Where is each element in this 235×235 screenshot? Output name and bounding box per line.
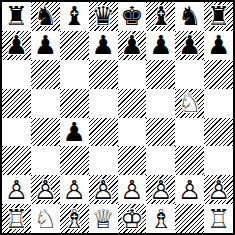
black-bishop-icon: ♝ (60, 2, 89, 31)
square-d8[interactable]: ♛♛ (89, 2, 118, 31)
piece-fill-backdrop: ♟ (60, 118, 89, 147)
black-pawn-icon: ♟ (204, 31, 233, 60)
square-h6[interactable] (204, 60, 233, 89)
piece-fill-backdrop: ♜ (2, 204, 31, 233)
square-c1[interactable]: ♝♗ (60, 204, 89, 233)
square-g2[interactable]: ♟♙ (175, 175, 204, 204)
piece-fill-backdrop: ♛ (89, 204, 118, 233)
square-a3[interactable] (2, 146, 31, 175)
white-rook-icon: ♖ (204, 204, 233, 233)
piece-fill-backdrop: ♟ (89, 31, 118, 60)
square-g7[interactable]: ♟♟ (175, 31, 204, 60)
piece-fill-backdrop: ♟ (31, 31, 60, 60)
square-e5[interactable] (118, 89, 147, 118)
square-c3[interactable] (60, 146, 89, 175)
white-bishop-icon: ♗ (60, 204, 89, 233)
square-c7[interactable] (60, 31, 89, 60)
piece-fill-backdrop: ♝ (146, 204, 175, 233)
square-g6[interactable] (175, 60, 204, 89)
square-a8[interactable]: ♜♜ (2, 2, 31, 31)
square-b8[interactable]: ♞♞ (31, 2, 60, 31)
piece-fill-backdrop: ♟ (89, 175, 118, 204)
black-rook-icon: ♜ (2, 2, 31, 31)
square-h5[interactable] (204, 89, 233, 118)
square-f7[interactable]: ♟♟ (146, 31, 175, 60)
white-knight-icon: ♘ (175, 89, 204, 118)
square-b4[interactable] (31, 118, 60, 147)
black-bishop-icon: ♝ (146, 2, 175, 31)
piece-fill-backdrop: ♟ (175, 31, 204, 60)
white-pawn-icon: ♙ (175, 175, 204, 204)
square-h7[interactable]: ♟♟ (204, 31, 233, 60)
black-pawn-icon: ♟ (31, 31, 60, 60)
square-a7[interactable]: ♟♟ (2, 31, 31, 60)
square-d6[interactable] (89, 60, 118, 89)
square-a6[interactable] (2, 60, 31, 89)
square-f5[interactable] (146, 89, 175, 118)
square-b3[interactable] (31, 146, 60, 175)
white-pawn-icon: ♙ (31, 175, 60, 204)
square-e8[interactable]: ♚♚ (118, 2, 147, 31)
black-queen-icon: ♛ (89, 2, 118, 31)
square-d2[interactable]: ♟♙ (89, 175, 118, 204)
piece-fill-backdrop: ♞ (175, 89, 204, 118)
square-g3[interactable] (175, 146, 204, 175)
piece-fill-backdrop: ♟ (204, 175, 233, 204)
square-e6[interactable] (118, 60, 147, 89)
white-pawn-icon: ♙ (146, 175, 175, 204)
piece-fill-backdrop: ♟ (2, 31, 31, 60)
piece-fill-backdrop: ♝ (60, 204, 89, 233)
square-b6[interactable] (31, 60, 60, 89)
piece-fill-backdrop: ♛ (89, 2, 118, 31)
black-king-icon: ♚ (118, 2, 147, 31)
piece-fill-backdrop: ♟ (146, 175, 175, 204)
piece-fill-backdrop: ♚ (118, 204, 147, 233)
square-b2[interactable]: ♟♙ (31, 175, 60, 204)
piece-fill-backdrop: ♟ (2, 175, 31, 204)
square-b1[interactable]: ♞♘ (31, 204, 60, 233)
white-pawn-icon: ♙ (2, 175, 31, 204)
white-pawn-icon: ♙ (60, 175, 89, 204)
square-d3[interactable] (89, 146, 118, 175)
square-h8[interactable]: ♜♜ (204, 2, 233, 31)
square-a1[interactable]: ♜♖ (2, 204, 31, 233)
piece-fill-backdrop: ♜ (2, 2, 31, 31)
white-pawn-icon: ♙ (204, 175, 233, 204)
white-king-icon: ♔ (118, 204, 147, 233)
square-f2[interactable]: ♟♙ (146, 175, 175, 204)
square-e2[interactable]: ♟♙ (118, 175, 147, 204)
piece-fill-backdrop: ♟ (146, 31, 175, 60)
square-d7[interactable]: ♟♟ (89, 31, 118, 60)
square-c2[interactable]: ♟♙ (60, 175, 89, 204)
square-b7[interactable]: ♟♟ (31, 31, 60, 60)
white-rook-icon: ♖ (2, 204, 31, 233)
square-f8[interactable]: ♝♝ (146, 2, 175, 31)
piece-fill-backdrop: ♞ (31, 204, 60, 233)
square-c4[interactable]: ♟♟ (60, 118, 89, 147)
square-a5[interactable] (2, 89, 31, 118)
square-c6[interactable] (60, 60, 89, 89)
square-e4[interactable] (118, 118, 147, 147)
square-g4[interactable] (175, 118, 204, 147)
black-pawn-icon: ♟ (175, 31, 204, 60)
white-pawn-icon: ♙ (89, 175, 118, 204)
piece-fill-backdrop: ♝ (60, 2, 89, 31)
square-a2[interactable]: ♟♙ (2, 175, 31, 204)
black-pawn-icon: ♟ (2, 31, 31, 60)
square-f3[interactable] (146, 146, 175, 175)
white-queen-icon: ♕ (89, 204, 118, 233)
square-h2[interactable]: ♟♙ (204, 175, 233, 204)
black-pawn-icon: ♟ (118, 31, 147, 60)
square-e1[interactable]: ♚♔ (118, 204, 147, 233)
square-e3[interactable] (118, 146, 147, 175)
piece-fill-backdrop: ♞ (175, 2, 204, 31)
square-d4[interactable] (89, 118, 118, 147)
piece-fill-backdrop: ♟ (204, 31, 233, 60)
square-c5[interactable] (60, 89, 89, 118)
square-g1[interactable] (175, 204, 204, 233)
black-pawn-icon: ♟ (60, 118, 89, 147)
white-knight-icon: ♘ (31, 204, 60, 233)
piece-fill-backdrop: ♟ (175, 175, 204, 204)
black-knight-icon: ♞ (175, 2, 204, 31)
square-g8[interactable]: ♞♞ (175, 2, 204, 31)
square-h3[interactable] (204, 146, 233, 175)
square-a4[interactable] (2, 118, 31, 147)
piece-fill-backdrop: ♟ (60, 175, 89, 204)
square-g5[interactable]: ♞♘ (175, 89, 204, 118)
piece-fill-backdrop: ♟ (118, 31, 147, 60)
square-b5[interactable] (31, 89, 60, 118)
black-rook-icon: ♜ (204, 2, 233, 31)
piece-fill-backdrop: ♝ (146, 2, 175, 31)
black-pawn-icon: ♟ (146, 31, 175, 60)
square-d1[interactable]: ♛♕ (89, 204, 118, 233)
square-d5[interactable] (89, 89, 118, 118)
square-f1[interactable]: ♝♗ (146, 204, 175, 233)
white-pawn-icon: ♙ (118, 175, 147, 204)
black-pawn-icon: ♟ (89, 31, 118, 60)
piece-fill-backdrop: ♚ (118, 2, 147, 31)
square-f6[interactable] (146, 60, 175, 89)
square-h4[interactable] (204, 118, 233, 147)
square-h1[interactable]: ♜♖ (204, 204, 233, 233)
chess-board: ♜♜♞♞♝♝♛♛♚♚♝♝♞♞♜♜♟♟♟♟♟♟♟♟♟♟♟♟♟♟♞♘♟♟♟♙♟♙♟♙… (2, 2, 233, 233)
square-f4[interactable] (146, 118, 175, 147)
piece-fill-backdrop: ♜ (204, 204, 233, 233)
square-e7[interactable]: ♟♟ (118, 31, 147, 60)
piece-fill-backdrop: ♜ (204, 2, 233, 31)
piece-fill-backdrop: ♞ (31, 2, 60, 31)
square-c8[interactable]: ♝♝ (60, 2, 89, 31)
board-frame: ♜♜♞♞♝♝♛♛♚♚♝♝♞♞♜♜♟♟♟♟♟♟♟♟♟♟♟♟♟♟♞♘♟♟♟♙♟♙♟♙… (0, 0, 235, 235)
black-knight-icon: ♞ (31, 2, 60, 31)
white-bishop-icon: ♗ (146, 204, 175, 233)
piece-fill-backdrop: ♟ (118, 175, 147, 204)
piece-fill-backdrop: ♟ (31, 175, 60, 204)
